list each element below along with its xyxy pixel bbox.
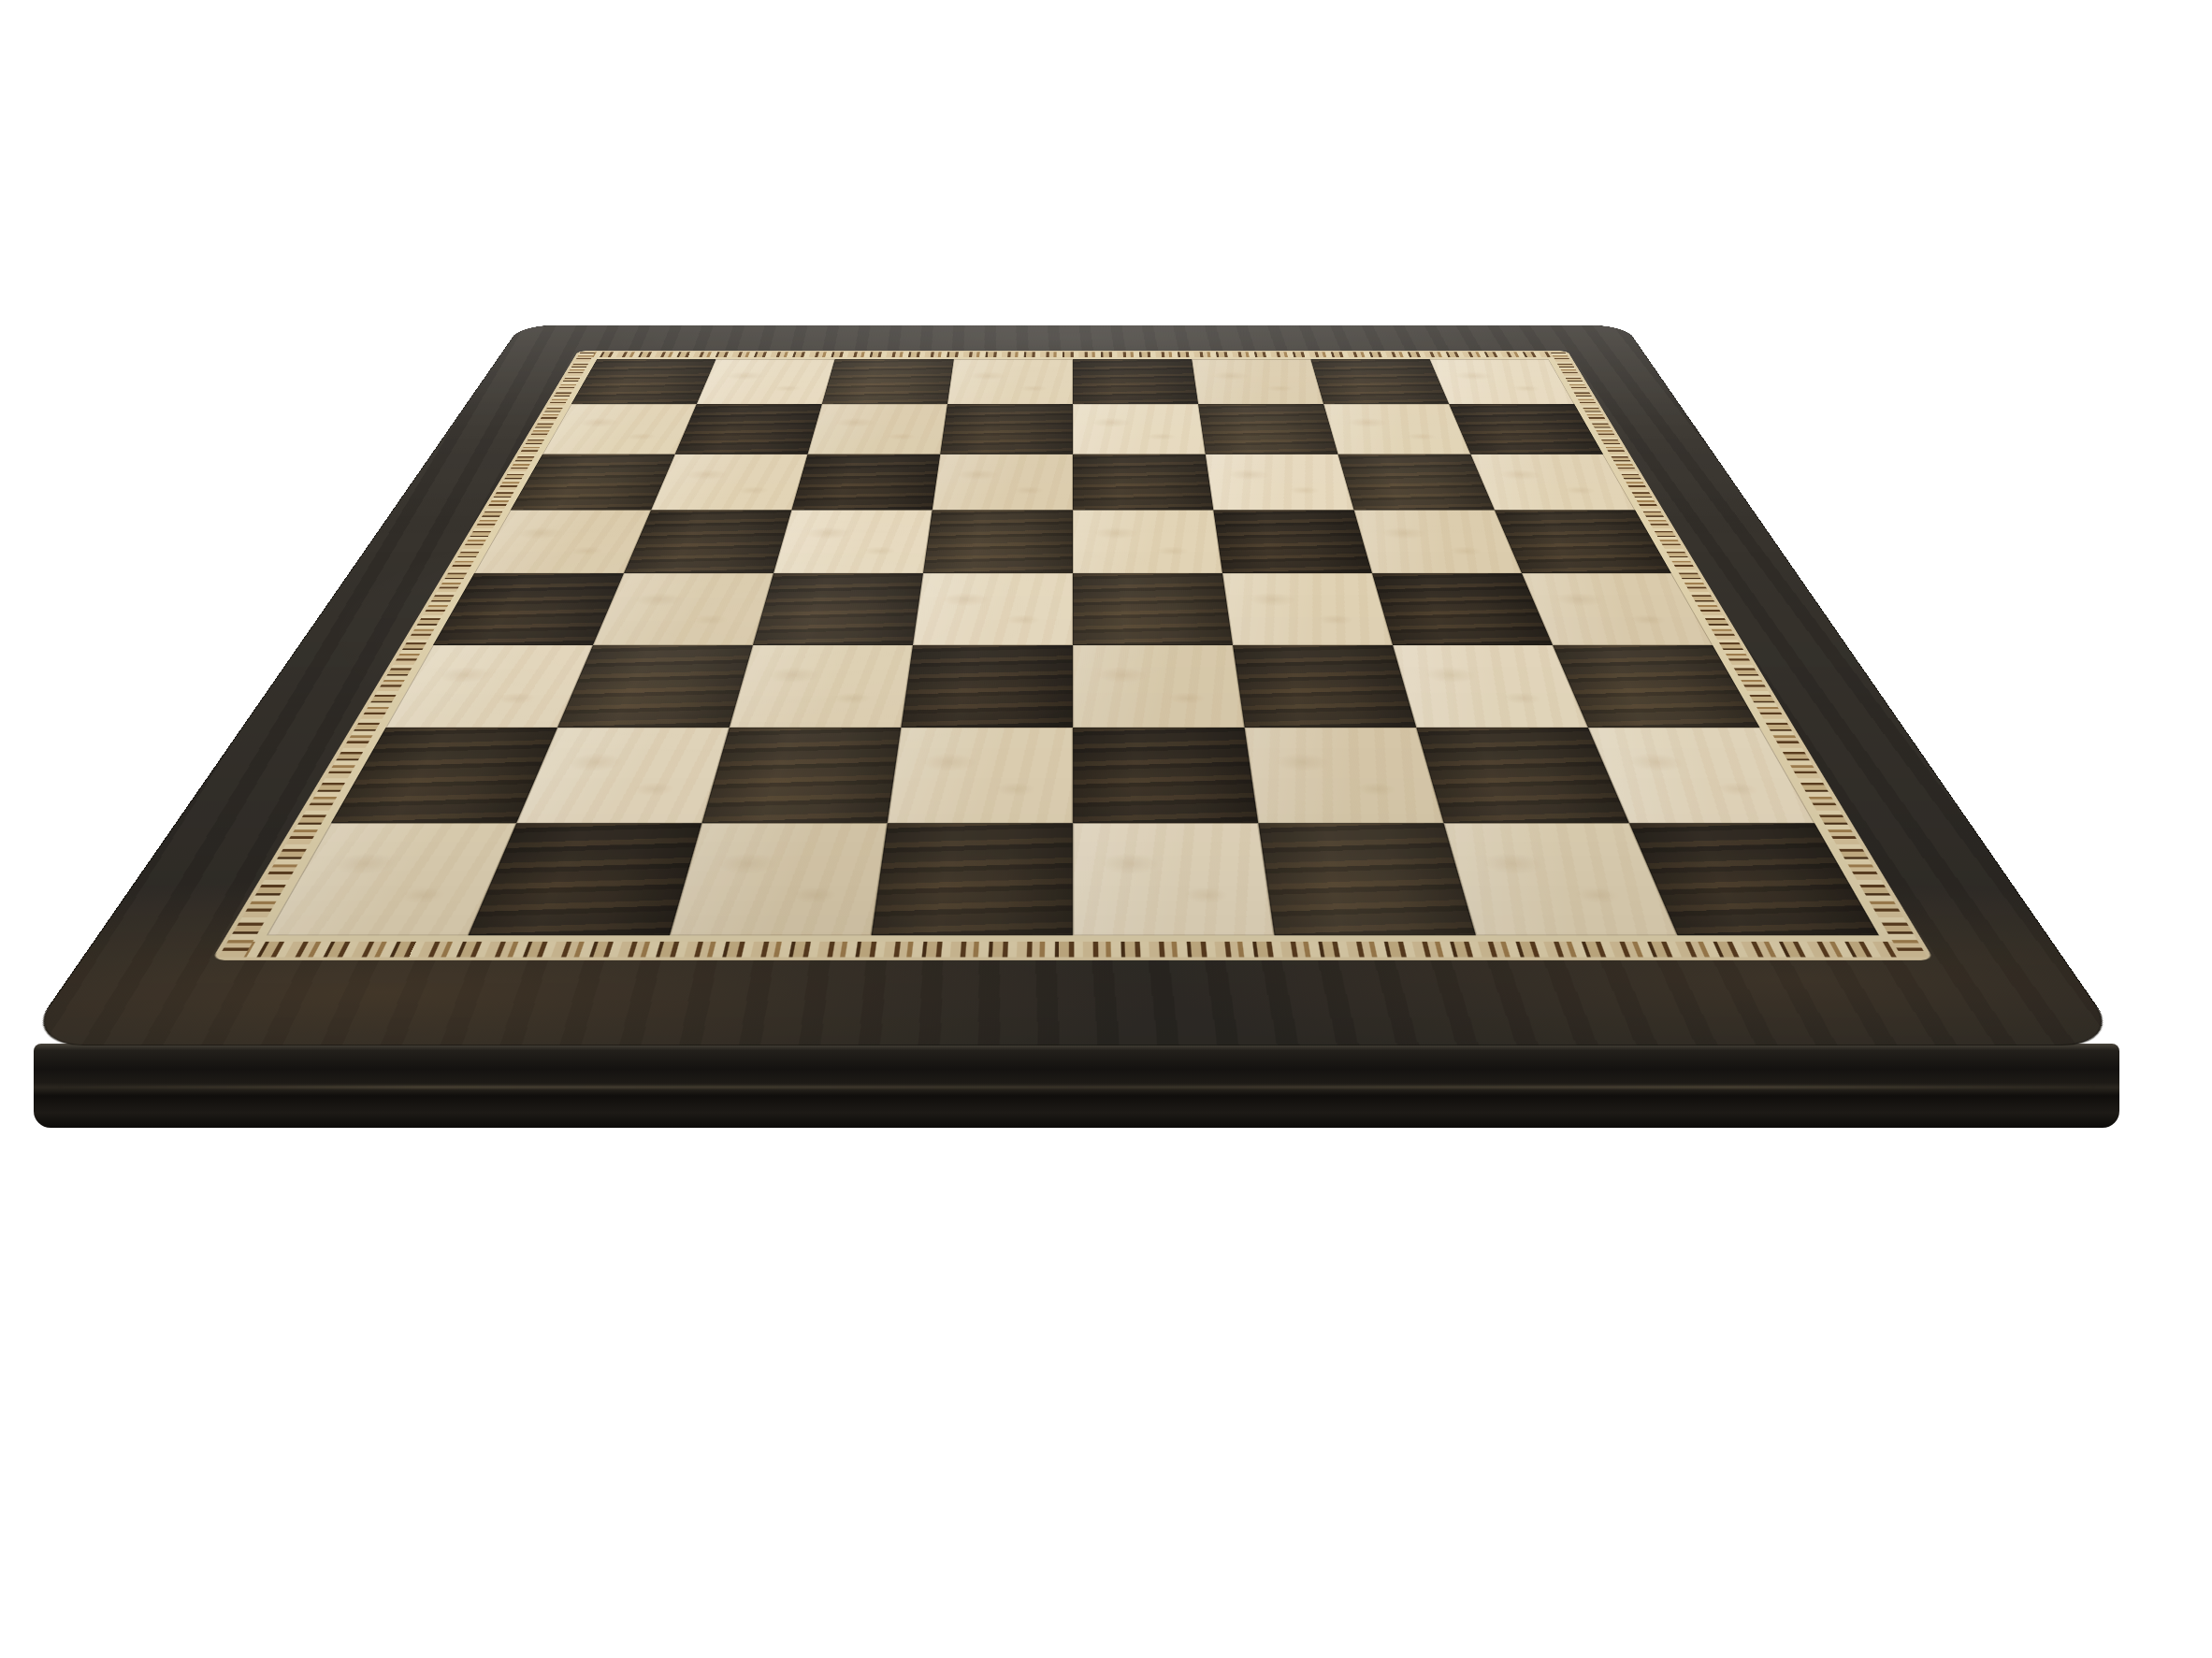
square-c2 xyxy=(701,728,901,823)
square-e7 xyxy=(1073,404,1206,454)
square-d6 xyxy=(933,454,1073,511)
square-g5 xyxy=(1354,510,1522,573)
square-c6 xyxy=(791,454,940,511)
square-c1 xyxy=(670,823,888,935)
square-b3 xyxy=(557,645,753,728)
square-a8 xyxy=(571,359,716,404)
square-e3 xyxy=(1073,645,1245,728)
square-g6 xyxy=(1337,454,1494,511)
square-d7 xyxy=(940,404,1073,454)
square-c5 xyxy=(773,510,933,573)
inlay-strip-top xyxy=(577,352,1569,357)
square-c8 xyxy=(822,359,954,404)
square-b7 xyxy=(675,404,822,454)
square-d1 xyxy=(871,823,1073,935)
square-g7 xyxy=(1323,404,1470,454)
inlay-strip-bottom xyxy=(218,942,1927,958)
square-f2 xyxy=(1245,728,1444,823)
square-b5 xyxy=(624,510,791,573)
square-f7 xyxy=(1198,404,1337,454)
square-e2 xyxy=(1073,728,1258,823)
square-f8 xyxy=(1192,359,1323,404)
square-a7 xyxy=(542,404,697,454)
square-g8 xyxy=(1310,359,1449,404)
square-b4 xyxy=(593,573,773,645)
square-e6 xyxy=(1073,454,1213,511)
square-e1 xyxy=(1073,823,1275,935)
square-d2 xyxy=(888,728,1073,823)
square-f1 xyxy=(1258,823,1476,935)
square-f5 xyxy=(1213,510,1372,573)
perspective-scene xyxy=(0,0,2212,1658)
square-f4 xyxy=(1222,573,1393,645)
square-f3 xyxy=(1233,645,1416,728)
square-e4 xyxy=(1073,573,1233,645)
product-photo-canvas xyxy=(0,0,2212,1658)
square-b8 xyxy=(697,359,835,404)
board-squares-grid xyxy=(267,359,1879,935)
square-d5 xyxy=(923,510,1073,573)
square-d4 xyxy=(913,573,1073,645)
square-c7 xyxy=(808,404,947,454)
square-h8 xyxy=(1430,359,1575,404)
square-d3 xyxy=(901,645,1073,728)
chess-board xyxy=(22,325,2124,1045)
square-c4 xyxy=(753,573,923,645)
square-d8 xyxy=(947,359,1073,404)
square-b6 xyxy=(651,454,807,511)
square-e8 xyxy=(1073,359,1198,404)
square-f6 xyxy=(1206,454,1354,511)
square-c3 xyxy=(730,645,913,728)
square-e5 xyxy=(1073,510,1222,573)
